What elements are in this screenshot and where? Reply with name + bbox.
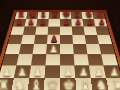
chess-board[interactable]: ♜♞♝♛♚♝♞♜♟♟♟♟♟♟♟♟♟♟♟♟♟♟♟♟♜♞♝♛♚♝♞♜ (0, 12, 120, 90)
square-e1[interactable]: ♚ (60, 78, 76, 90)
square-c3[interactable] (31, 54, 46, 65)
square-e3[interactable] (60, 54, 74, 65)
black-pawn[interactable]: ♟ (15, 18, 22, 26)
white-queen[interactable]: ♛ (46, 79, 58, 90)
white-rook[interactable]: ♜ (0, 79, 9, 90)
square-d7[interactable] (48, 19, 60, 27)
white-knight[interactable]: ♞ (13, 79, 25, 90)
square-g4[interactable] (86, 44, 101, 54)
white-bishop[interactable]: ♝ (78, 79, 90, 90)
square-h2[interactable]: ♟ (103, 65, 120, 78)
square-d2[interactable] (45, 65, 60, 78)
black-pawn[interactable]: ♟ (62, 18, 69, 26)
square-e2[interactable]: ♟ (60, 65, 75, 78)
game-window: ♜♞♝♛♚♝♞♜♟♟♟♟♟♟♟♟♟♟♟♟♟♟♟♟♜♞♝♛♚♝♞♜ (0, 0, 120, 90)
square-e7[interactable]: ♟ (60, 19, 72, 27)
square-h5[interactable] (97, 35, 112, 44)
black-pawn[interactable]: ♟ (39, 18, 46, 26)
square-c6[interactable] (35, 27, 48, 35)
black-pawn[interactable]: ♟ (27, 18, 34, 26)
white-pawn[interactable]: ♟ (49, 45, 58, 54)
board-frame: ♜♞♝♛♚♝♞♜♟♟♟♟♟♟♟♟♟♟♟♟♟♟♟♟♜♞♝♛♚♝♞♜ (0, 10, 120, 90)
square-c5[interactable] (34, 35, 48, 44)
square-d4[interactable]: ♟ (46, 44, 60, 54)
square-d1[interactable]: ♛ (44, 78, 60, 90)
square-h4[interactable] (99, 44, 115, 54)
square-a6[interactable] (11, 27, 25, 35)
square-h6[interactable] (95, 27, 109, 35)
square-g1[interactable]: ♞ (91, 78, 109, 90)
square-h3[interactable] (101, 54, 118, 65)
square-c4[interactable] (33, 44, 47, 54)
white-knight[interactable]: ♞ (95, 79, 107, 90)
square-c2[interactable]: ♟ (29, 65, 45, 78)
black-queen[interactable]: ♛ (50, 9, 59, 19)
white-king[interactable]: ♚ (62, 79, 74, 90)
square-g2[interactable]: ♟ (89, 65, 106, 78)
square-c7[interactable]: ♟ (36, 19, 48, 27)
black-pawn[interactable]: ♟ (74, 18, 81, 26)
white-bishop[interactable]: ♝ (29, 79, 41, 90)
square-e5[interactable] (60, 35, 73, 44)
square-d8[interactable]: ♛ (49, 12, 60, 19)
square-b6[interactable] (23, 27, 37, 35)
square-e6[interactable] (60, 27, 72, 35)
white-rook[interactable]: ♜ (111, 79, 120, 90)
black-pawn[interactable]: ♟ (98, 18, 105, 26)
square-h1[interactable]: ♜ (106, 78, 120, 90)
square-e4[interactable] (60, 44, 74, 54)
square-d3[interactable] (46, 54, 60, 65)
square-f7[interactable]: ♟ (71, 19, 83, 27)
square-h7[interactable]: ♟ (94, 19, 107, 27)
square-g7[interactable]: ♟ (83, 19, 96, 27)
square-f2[interactable]: ♟ (74, 65, 90, 78)
square-f1[interactable]: ♝ (75, 78, 92, 90)
square-f4[interactable] (73, 44, 87, 54)
square-c1[interactable]: ♝ (27, 78, 44, 90)
black-pawn[interactable]: ♟ (86, 18, 93, 26)
square-b1[interactable]: ♞ (11, 78, 29, 90)
